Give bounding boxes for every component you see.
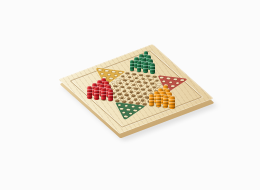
board-hole[interactable] — [100, 73, 104, 75]
board-hole[interactable] — [125, 94, 129, 96]
board-hole[interactable] — [136, 92, 140, 94]
board-hole[interactable] — [176, 82, 180, 84]
board-hole[interactable] — [130, 80, 134, 82]
board-hole[interactable] — [143, 103, 147, 105]
board-hole[interactable] — [111, 81, 115, 83]
board-hole[interactable] — [146, 75, 150, 77]
board-hole[interactable] — [136, 102, 140, 104]
board-hole[interactable] — [133, 109, 137, 111]
board-hole[interactable] — [124, 105, 128, 107]
board-hole[interactable] — [131, 105, 135, 107]
peg-red[interactable] — [101, 88, 106, 101]
board-hole[interactable] — [162, 81, 166, 83]
board-hole[interactable] — [146, 86, 150, 88]
board-hole[interactable] — [107, 74, 111, 76]
peg-green[interactable] — [130, 60, 135, 71]
board-hole[interactable] — [118, 82, 122, 84]
board-hole[interactable] — [129, 102, 133, 104]
board-hole[interactable] — [112, 71, 116, 73]
board-hole[interactable] — [120, 97, 124, 99]
board-hole[interactable] — [180, 79, 184, 81]
board-hole[interactable] — [129, 91, 133, 93]
board-hole[interactable] — [153, 87, 157, 89]
board-hole[interactable] — [139, 74, 143, 76]
board-hole[interactable] — [167, 77, 171, 79]
board-hole[interactable] — [132, 84, 136, 86]
board-hole[interactable] — [141, 99, 145, 101]
board-hole[interactable] — [141, 78, 145, 80]
board-hole[interactable] — [124, 115, 128, 117]
board-hole[interactable] — [173, 78, 177, 80]
board-hole[interactable] — [105, 70, 109, 72]
board-hole[interactable] — [132, 73, 136, 75]
board-hole[interactable] — [109, 78, 113, 80]
board-hole[interactable] — [120, 86, 124, 88]
board-hole[interactable] — [113, 96, 117, 98]
board-hole[interactable] — [160, 77, 164, 79]
peg-orange[interactable] — [149, 94, 154, 107]
scene — [0, 0, 260, 190]
board-hole[interactable] — [114, 75, 118, 77]
board-hole[interactable] — [116, 89, 120, 91]
board-hole[interactable] — [122, 111, 126, 113]
board-hole[interactable] — [98, 69, 102, 71]
board-hole[interactable] — [125, 72, 129, 74]
board-hole[interactable] — [157, 84, 161, 86]
board-hole[interactable] — [119, 72, 123, 74]
board-hole[interactable] — [155, 80, 159, 82]
board-hole[interactable] — [114, 85, 118, 87]
board-hole[interactable] — [125, 83, 129, 85]
board-hole[interactable] — [121, 75, 125, 77]
board-hole[interactable] — [116, 78, 120, 80]
board-hole[interactable] — [134, 99, 138, 101]
board-hole[interactable] — [141, 89, 145, 91]
board-hole[interactable] — [138, 96, 142, 98]
board-hole[interactable] — [169, 81, 173, 83]
board-hole[interactable] — [118, 104, 122, 106]
board-hole[interactable] — [137, 81, 141, 83]
board-hole[interactable] — [123, 90, 127, 92]
board-hole[interactable] — [134, 88, 138, 90]
board-hole[interactable] — [143, 93, 147, 95]
board-hole[interactable] — [153, 76, 157, 78]
board-hole[interactable] — [120, 108, 124, 110]
peg-green[interactable] — [143, 62, 148, 74]
peg-red[interactable] — [87, 86, 92, 99]
board-hole[interactable] — [127, 87, 131, 89]
board-hole[interactable] — [134, 77, 138, 79]
board-hole[interactable] — [128, 76, 132, 78]
peg-red[interactable] — [108, 89, 113, 102]
board-hole[interactable] — [115, 100, 119, 102]
board-hole[interactable] — [148, 79, 152, 81]
board-hole[interactable] — [122, 101, 126, 103]
board-hole[interactable] — [123, 79, 127, 81]
board-hole[interactable] — [118, 93, 122, 95]
peg-orange[interactable] — [163, 95, 168, 108]
board-hole[interactable] — [129, 112, 133, 114]
board-hole[interactable] — [138, 106, 142, 108]
peg-orange[interactable] — [169, 96, 174, 109]
board-hole[interactable] — [127, 98, 131, 100]
board-hole[interactable] — [127, 108, 131, 110]
board-hole[interactable] — [171, 85, 175, 87]
peg-green[interactable] — [137, 61, 142, 73]
peg-green[interactable] — [150, 63, 155, 75]
board-hole[interactable] — [132, 95, 136, 97]
board-hole[interactable] — [139, 85, 143, 87]
peg-red[interactable] — [94, 87, 99, 100]
peg-orange[interactable] — [156, 94, 161, 107]
board-hole[interactable] — [150, 83, 154, 85]
board-hole[interactable] — [148, 90, 152, 92]
board-hole[interactable] — [143, 82, 147, 84]
